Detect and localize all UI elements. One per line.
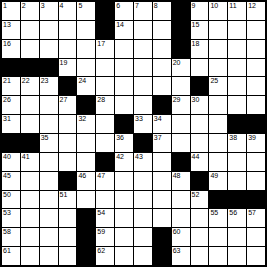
clue-number-45: 45 [3, 172, 11, 180]
cell-r14c1[interactable]: 61 [2, 247, 20, 265]
cell-r8c1-block [2, 134, 20, 152]
cell-r4c4[interactable]: 19 [59, 59, 77, 77]
cell-r4c9[interactable] [153, 59, 171, 77]
clue-number-36: 36 [116, 134, 124, 142]
clue-number-31: 31 [3, 115, 11, 123]
clue-number-12: 12 [248, 2, 256, 10]
cell-r12c4[interactable] [59, 209, 77, 227]
clue-number-23: 23 [41, 77, 49, 85]
cell-r12c14[interactable]: 57 [247, 209, 265, 227]
cell-r3c12[interactable] [209, 40, 227, 58]
cell-r12c2[interactable] [21, 209, 39, 227]
clue-number-49: 49 [210, 172, 218, 180]
cell-r5c2[interactable]: 22 [21, 77, 39, 95]
clue-number-47: 47 [97, 172, 105, 180]
cell-r11c7[interactable] [115, 191, 133, 209]
clue-number-11: 11 [229, 2, 236, 10]
cell-r10c7[interactable] [115, 172, 133, 190]
cell-r2c9[interactable] [153, 21, 171, 39]
clue-number-57: 57 [248, 209, 256, 217]
cell-r11c9[interactable] [153, 191, 171, 209]
cell-r13c10[interactable]: 60 [172, 228, 190, 246]
clue-number-48: 48 [173, 172, 181, 180]
clue-number-55: 55 [210, 209, 218, 217]
cell-r9c6-block [96, 153, 114, 171]
cell-r9c5[interactable] [77, 153, 95, 171]
cell-r3c7[interactable] [115, 40, 133, 58]
cell-r14c11[interactable] [191, 247, 209, 265]
cell-r6c14[interactable] [247, 96, 265, 114]
cell-r9c11[interactable]: 44 [191, 153, 209, 171]
cell-r8c2-block [21, 134, 39, 152]
clue-number-44: 44 [192, 153, 200, 161]
clue-number-30: 30 [192, 96, 200, 104]
cell-r1c1[interactable]: 1 [2, 2, 20, 20]
cell-r7c14-block [247, 115, 265, 133]
cell-r11c13-block [228, 191, 246, 209]
cell-r7c13-block [228, 115, 246, 133]
cell-r6c3[interactable] [40, 96, 58, 114]
cell-r13c9-block [153, 228, 171, 246]
cell-r9c4[interactable] [59, 153, 77, 171]
cell-r7c7-block [115, 115, 133, 133]
cell-r10c11-block [191, 172, 209, 190]
cell-r14c8[interactable] [134, 247, 152, 265]
cell-r14c12[interactable] [209, 247, 227, 265]
cell-r5c7[interactable] [115, 77, 133, 95]
cell-r10c3[interactable] [40, 172, 58, 190]
cell-r11c6[interactable] [96, 191, 114, 209]
cell-r4c2-block [21, 59, 39, 77]
cell-r9c9[interactable] [153, 153, 171, 171]
cell-r3c10-block [172, 40, 190, 58]
cell-r2c11[interactable]: 15 [191, 21, 209, 39]
clue-number-5: 5 [78, 2, 82, 10]
cell-r10c2[interactable] [21, 172, 39, 190]
cell-r9c8[interactable]: 43 [134, 153, 152, 171]
cell-r6c8[interactable] [134, 96, 152, 114]
cell-r12c7[interactable] [115, 209, 133, 227]
clue-number-58: 58 [3, 228, 11, 236]
cell-r12c11[interactable] [191, 209, 209, 227]
clue-number-14: 14 [116, 21, 124, 29]
cell-r6c9-block [153, 96, 171, 114]
cell-r14c2[interactable] [21, 247, 39, 265]
cell-r12c3[interactable] [40, 209, 58, 227]
clue-number-20: 20 [173, 59, 181, 67]
cell-r9c2[interactable]: 41 [21, 153, 39, 171]
cell-r12c1[interactable]: 53 [2, 209, 20, 227]
cell-r5c4-block [59, 77, 77, 95]
cell-r1c4[interactable]: 4 [59, 2, 77, 20]
cell-r10c8[interactable] [134, 172, 152, 190]
clue-number-29: 29 [173, 96, 181, 104]
cell-r1c2[interactable]: 2 [21, 2, 39, 20]
cell-r13c8[interactable] [134, 228, 152, 246]
clue-number-1: 1 [3, 2, 7, 10]
cell-r11c10[interactable] [172, 191, 190, 209]
cell-r8c8-block [134, 134, 152, 152]
cell-r5c13[interactable] [228, 77, 246, 95]
cell-r4c14[interactable] [247, 59, 265, 77]
cell-r8c9[interactable]: 37 [153, 134, 171, 152]
clue-number-33: 33 [135, 115, 143, 123]
clue-number-15: 15 [192, 21, 200, 29]
cell-r6c5-block [77, 96, 95, 114]
cell-r12c6[interactable]: 54 [96, 209, 114, 227]
cell-r4c1-block [2, 59, 20, 77]
cell-r12c13[interactable]: 56 [228, 209, 246, 227]
cell-r13c14[interactable] [247, 228, 265, 246]
cell-r6c2[interactable] [21, 96, 39, 114]
cell-r14c7[interactable] [115, 247, 133, 265]
cell-r5c3[interactable]: 23 [40, 77, 58, 95]
clue-number-59: 59 [97, 228, 105, 236]
clue-number-2: 2 [22, 2, 26, 10]
cell-r7c4[interactable] [59, 115, 77, 133]
cell-r6c1[interactable]: 26 [2, 96, 20, 114]
cell-r9c12[interactable] [209, 153, 227, 171]
cell-r10c10[interactable]: 48 [172, 172, 190, 190]
cell-r6c13[interactable] [228, 96, 246, 114]
cell-r9c10-block [172, 153, 190, 171]
cell-r3c2[interactable] [21, 40, 39, 58]
cell-r3c13[interactable] [228, 40, 246, 58]
clue-number-39: 39 [248, 134, 256, 142]
cell-r14c3[interactable] [40, 247, 58, 265]
cell-r3c4[interactable] [59, 40, 77, 58]
clue-number-18: 18 [192, 40, 200, 48]
cell-r12c9[interactable] [153, 209, 171, 227]
cell-r6c4[interactable]: 27 [59, 96, 77, 114]
cell-r5c1[interactable]: 21 [2, 77, 20, 95]
cell-r9c7[interactable]: 42 [115, 153, 133, 171]
cell-r12c8[interactable] [134, 209, 152, 227]
cell-r5c10[interactable] [172, 77, 190, 95]
cell-r4c13[interactable] [228, 59, 246, 77]
cell-r12c12[interactable]: 55 [209, 209, 227, 227]
cell-r7c9[interactable]: 34 [153, 115, 171, 133]
clue-number-9: 9 [192, 2, 196, 10]
clue-number-43: 43 [135, 153, 143, 161]
clue-number-35: 35 [41, 134, 49, 142]
cell-r6c10[interactable]: 29 [172, 96, 190, 114]
cell-r4c5[interactable] [77, 59, 95, 77]
cell-r11c3[interactable] [40, 191, 58, 209]
clue-number-7: 7 [135, 2, 139, 10]
cell-r11c4[interactable]: 51 [59, 191, 77, 209]
cell-r13c5-block [77, 228, 95, 246]
cell-r7c11[interactable] [191, 115, 209, 133]
cell-r11c14-block [247, 191, 265, 209]
clue-number-37: 37 [154, 134, 162, 142]
clue-number-22: 22 [22, 77, 30, 85]
clue-number-42: 42 [116, 153, 124, 161]
cell-r7c2[interactable] [21, 115, 39, 133]
cell-r7c5[interactable]: 32 [77, 115, 95, 133]
cell-r12c5-block [77, 209, 95, 227]
clue-number-8: 8 [154, 2, 158, 10]
cell-r4c6[interactable] [96, 59, 114, 77]
cell-r1c11[interactable]: 9 [191, 2, 209, 20]
clue-number-53: 53 [3, 209, 11, 217]
cell-r3c1[interactable]: 16 [2, 40, 20, 58]
clue-number-60: 60 [173, 228, 181, 236]
cell-r8c6[interactable] [96, 134, 114, 152]
cell-r8c3[interactable]: 35 [40, 134, 58, 152]
cell-r13c12[interactable] [209, 228, 227, 246]
cell-r13c2[interactable] [21, 228, 39, 246]
clue-number-25: 25 [210, 77, 218, 85]
cell-r11c1[interactable]: 50 [2, 191, 20, 209]
cell-r1c12[interactable]: 10 [209, 2, 227, 20]
cell-r8c5[interactable] [77, 134, 95, 152]
cell-r2c6-block [96, 21, 114, 39]
cell-r7c12[interactable] [209, 115, 227, 133]
cell-r1c6-block [96, 2, 114, 20]
cell-r1c3[interactable]: 3 [40, 2, 58, 20]
cell-r9c14[interactable] [247, 153, 265, 171]
cell-r5c11-block [191, 77, 209, 95]
cell-r8c10[interactable] [172, 134, 190, 152]
cell-r5c9[interactable] [153, 77, 171, 95]
cell-r2c5[interactable] [77, 21, 95, 39]
cell-r14c6[interactable]: 62 [96, 247, 114, 265]
cell-r4c12[interactable] [209, 59, 227, 77]
cell-r4c8[interactable] [134, 59, 152, 77]
clue-number-61: 61 [3, 247, 11, 255]
clue-number-4: 4 [60, 2, 64, 10]
crossword-grid: 1234567891011121314151617181920212223242… [0, 0, 267, 267]
cell-r1c13[interactable]: 11 [228, 2, 246, 20]
cell-r9c13[interactable] [228, 153, 246, 171]
cell-r1c5[interactable]: 5 [77, 2, 95, 20]
cell-r8c4[interactable] [59, 134, 77, 152]
cell-r1c9[interactable]: 8 [153, 2, 171, 20]
clue-number-54: 54 [97, 209, 105, 217]
cell-r2c2[interactable] [21, 21, 39, 39]
clue-number-52: 52 [192, 191, 200, 199]
cell-r10c1[interactable]: 45 [2, 172, 20, 190]
cell-r3c5[interactable] [77, 40, 95, 58]
cell-r2c3[interactable] [40, 21, 58, 39]
cell-r8c11[interactable] [191, 134, 209, 152]
clue-number-32: 32 [78, 115, 86, 123]
cell-r10c5[interactable]: 46 [77, 172, 95, 190]
cell-r10c6[interactable]: 47 [96, 172, 114, 190]
cell-r1c8[interactable]: 7 [134, 2, 152, 20]
cell-r7c8[interactable]: 33 [134, 115, 152, 133]
cell-r6c11[interactable]: 30 [191, 96, 209, 114]
cell-r14c9-block [153, 247, 171, 265]
cell-r2c14[interactable] [247, 21, 265, 39]
cell-r4c11[interactable] [191, 59, 209, 77]
clue-number-62: 62 [97, 247, 105, 255]
clue-number-21: 21 [3, 77, 11, 85]
cell-r14c5-block [77, 247, 95, 265]
cell-r11c8[interactable] [134, 191, 152, 209]
clue-number-24: 24 [78, 77, 86, 85]
cell-r14c10[interactable]: 63 [172, 247, 190, 265]
cell-r5c12[interactable]: 25 [209, 77, 227, 95]
cell-r11c5[interactable] [77, 191, 95, 209]
cell-r11c2[interactable] [21, 191, 39, 209]
cell-r10c14[interactable] [247, 172, 265, 190]
cell-r12c10[interactable] [172, 209, 190, 227]
clue-number-51: 51 [60, 191, 68, 199]
cell-r1c7[interactable]: 6 [115, 2, 133, 20]
clue-number-27: 27 [60, 96, 68, 104]
cell-r10c12[interactable]: 49 [209, 172, 227, 190]
cell-r7c10[interactable] [172, 115, 190, 133]
cell-r13c1[interactable]: 58 [2, 228, 20, 246]
cell-r14c4[interactable] [59, 247, 77, 265]
cell-r10c9[interactable] [153, 172, 171, 190]
cell-r2c1[interactable]: 13 [2, 21, 20, 39]
cell-r8c13[interactable]: 38 [228, 134, 246, 152]
cell-r5c14[interactable] [247, 77, 265, 95]
cell-r11c11[interactable]: 52 [191, 191, 209, 209]
cell-r10c13[interactable] [228, 172, 246, 190]
clue-number-50: 50 [3, 191, 11, 199]
clue-number-63: 63 [173, 247, 181, 255]
clue-number-40: 40 [3, 153, 11, 161]
cell-r2c12[interactable] [209, 21, 227, 39]
clue-number-10: 10 [210, 2, 218, 10]
cell-r13c6[interactable]: 59 [96, 228, 114, 246]
cell-r2c8[interactable] [134, 21, 152, 39]
clue-number-13: 13 [3, 21, 11, 29]
cell-r3c6[interactable]: 17 [96, 40, 114, 58]
cell-r1c10-block [172, 2, 190, 20]
cell-r2c4[interactable] [59, 21, 77, 39]
cell-r7c6[interactable] [96, 115, 114, 133]
cell-r8c14[interactable]: 39 [247, 134, 265, 152]
clue-number-34: 34 [154, 115, 162, 123]
cell-r3c9[interactable] [153, 40, 171, 58]
cell-r5c8[interactable] [134, 77, 152, 95]
cell-r14c14[interactable] [247, 247, 265, 265]
cell-r3c14[interactable] [247, 40, 265, 58]
cell-r1c14[interactable]: 12 [247, 2, 265, 20]
clue-number-38: 38 [229, 134, 237, 142]
cell-r13c7[interactable] [115, 228, 133, 246]
cell-r11c12-block [209, 191, 227, 209]
cell-r3c11[interactable]: 18 [191, 40, 209, 58]
clue-number-56: 56 [229, 209, 237, 217]
cell-r9c1[interactable]: 40 [2, 153, 20, 171]
clue-number-3: 3 [41, 2, 45, 10]
cell-r2c7[interactable]: 14 [115, 21, 133, 39]
cell-r6c6[interactable]: 28 [96, 96, 114, 114]
cell-r3c8[interactable] [134, 40, 152, 58]
cell-r13c4[interactable] [59, 228, 77, 246]
clue-number-26: 26 [3, 96, 11, 104]
clue-number-19: 19 [60, 59, 68, 67]
clue-number-17: 17 [97, 40, 105, 48]
cell-r13c3[interactable] [40, 228, 58, 246]
cell-r7c1[interactable]: 31 [2, 115, 20, 133]
cell-r4c10[interactable]: 20 [172, 59, 190, 77]
cell-r3c3[interactable] [40, 40, 58, 58]
cell-r2c10-block [172, 21, 190, 39]
cell-r8c7[interactable]: 36 [115, 134, 133, 152]
cell-r6c12[interactable] [209, 96, 227, 114]
clue-number-16: 16 [3, 40, 11, 48]
cell-r13c11[interactable] [191, 228, 209, 246]
cell-r6c7[interactable] [115, 96, 133, 114]
cell-r13c13[interactable] [228, 228, 246, 246]
cell-r10c4-block [59, 172, 77, 190]
cell-r9c3[interactable] [40, 153, 58, 171]
cell-r7c3[interactable] [40, 115, 58, 133]
cell-r4c3-block [40, 59, 58, 77]
cell-r8c12[interactable] [209, 134, 227, 152]
cell-r2c13[interactable] [228, 21, 246, 39]
clue-number-6: 6 [116, 2, 120, 10]
clue-number-28: 28 [97, 96, 105, 104]
cell-r14c13[interactable] [228, 247, 246, 265]
clue-number-46: 46 [78, 172, 86, 180]
cell-r4c7[interactable] [115, 59, 133, 77]
clue-number-41: 41 [22, 153, 30, 161]
cell-r5c5[interactable]: 24 [77, 77, 95, 95]
cell-r5c6[interactable] [96, 77, 114, 95]
